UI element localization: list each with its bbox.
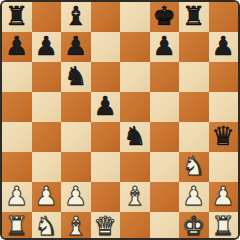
square-g4[interactable]	[179, 122, 209, 152]
square-b1[interactable]: ♞	[32, 212, 62, 240]
square-g6[interactable]	[179, 62, 209, 92]
square-h4[interactable]: ♛	[209, 122, 239, 152]
square-f6[interactable]	[150, 62, 180, 92]
square-d6[interactable]	[91, 62, 121, 92]
square-d7[interactable]	[91, 32, 121, 62]
chess-board: ♜♝♚♜♟♟♟♟♟♞♟♞♛♞♟♟♟♝♟♟♜♞♝♛♚♜	[0, 0, 240, 240]
square-a5[interactable]	[2, 92, 32, 122]
square-h2[interactable]: ♟	[209, 182, 239, 212]
piece-black-rook: ♜	[5, 1, 28, 31]
square-b4[interactable]	[32, 122, 62, 152]
piece-black-king: ♚	[153, 1, 176, 31]
square-f1[interactable]	[150, 212, 180, 240]
square-e3[interactable]	[120, 152, 150, 182]
piece-black-knight: ♞	[123, 121, 146, 151]
square-c3[interactable]	[61, 152, 91, 182]
piece-white-rook: ♜	[5, 211, 28, 240]
piece-white-pawn: ♟	[35, 181, 58, 211]
square-a7[interactable]: ♟	[2, 32, 32, 62]
piece-black-pawn: ♟	[35, 31, 58, 61]
square-c1[interactable]: ♝	[61, 212, 91, 240]
square-a3[interactable]	[2, 152, 32, 182]
square-b7[interactable]: ♟	[32, 32, 62, 62]
square-f5[interactable]	[150, 92, 180, 122]
piece-white-knight: ♞	[182, 151, 205, 181]
square-h6[interactable]	[209, 62, 239, 92]
piece-white-pawn: ♟	[182, 181, 205, 211]
square-b6[interactable]	[32, 62, 62, 92]
square-h5[interactable]	[209, 92, 239, 122]
square-f2[interactable]	[150, 182, 180, 212]
square-e1[interactable]	[120, 212, 150, 240]
piece-black-pawn: ♟	[5, 31, 28, 61]
square-h3[interactable]	[209, 152, 239, 182]
piece-black-bishop: ♝	[64, 1, 87, 31]
piece-black-pawn: ♟	[212, 31, 235, 61]
square-f8[interactable]: ♚	[150, 2, 180, 32]
piece-black-knight: ♞	[64, 61, 87, 91]
square-g1[interactable]: ♚	[179, 212, 209, 240]
square-c8[interactable]: ♝	[61, 2, 91, 32]
square-e5[interactable]	[120, 92, 150, 122]
piece-black-pawn: ♟	[153, 31, 176, 61]
piece-black-rook: ♜	[182, 1, 205, 31]
square-c2[interactable]: ♟	[61, 182, 91, 212]
square-f4[interactable]	[150, 122, 180, 152]
square-g5[interactable]	[179, 92, 209, 122]
piece-white-pawn: ♟	[64, 181, 87, 211]
piece-white-pawn: ♟	[212, 181, 235, 211]
square-a4[interactable]	[2, 122, 32, 152]
square-e2[interactable]: ♝	[120, 182, 150, 212]
piece-black-pawn: ♟	[64, 31, 87, 61]
square-d3[interactable]	[91, 152, 121, 182]
square-b3[interactable]	[32, 152, 62, 182]
piece-white-bishop: ♝	[64, 211, 87, 240]
piece-black-pawn: ♟	[94, 91, 117, 121]
piece-white-queen: ♛	[94, 211, 117, 240]
square-b2[interactable]: ♟	[32, 182, 62, 212]
square-d1[interactable]: ♛	[91, 212, 121, 240]
square-a8[interactable]: ♜	[2, 2, 32, 32]
square-e6[interactable]	[120, 62, 150, 92]
square-d4[interactable]	[91, 122, 121, 152]
square-d8[interactable]	[91, 2, 121, 32]
square-b8[interactable]	[32, 2, 62, 32]
piece-white-pawn: ♟	[5, 181, 28, 211]
piece-white-king: ♚	[182, 211, 205, 240]
square-h8[interactable]	[209, 2, 239, 32]
square-c4[interactable]	[61, 122, 91, 152]
square-d2[interactable]	[91, 182, 121, 212]
square-b5[interactable]	[32, 92, 62, 122]
piece-white-bishop: ♝	[123, 181, 146, 211]
square-a6[interactable]	[2, 62, 32, 92]
square-a2[interactable]: ♟	[2, 182, 32, 212]
square-c7[interactable]: ♟	[61, 32, 91, 62]
square-e8[interactable]	[120, 2, 150, 32]
square-c6[interactable]: ♞	[61, 62, 91, 92]
square-g8[interactable]: ♜	[179, 2, 209, 32]
square-h7[interactable]: ♟	[209, 32, 239, 62]
square-h1[interactable]: ♜	[209, 212, 239, 240]
piece-black-queen: ♛	[212, 121, 235, 151]
piece-white-rook: ♜	[212, 211, 235, 240]
square-c5[interactable]	[61, 92, 91, 122]
square-e7[interactable]	[120, 32, 150, 62]
square-e4[interactable]: ♞	[120, 122, 150, 152]
square-g7[interactable]	[179, 32, 209, 62]
square-g3[interactable]: ♞	[179, 152, 209, 182]
chess-board-grid: ♜♝♚♜♟♟♟♟♟♞♟♞♛♞♟♟♟♝♟♟♜♞♝♛♚♜	[2, 2, 238, 238]
square-a1[interactable]: ♜	[2, 212, 32, 240]
square-f7[interactable]: ♟	[150, 32, 180, 62]
square-g2[interactable]: ♟	[179, 182, 209, 212]
square-f3[interactable]	[150, 152, 180, 182]
piece-white-knight: ♞	[35, 211, 58, 240]
square-d5[interactable]: ♟	[91, 92, 121, 122]
